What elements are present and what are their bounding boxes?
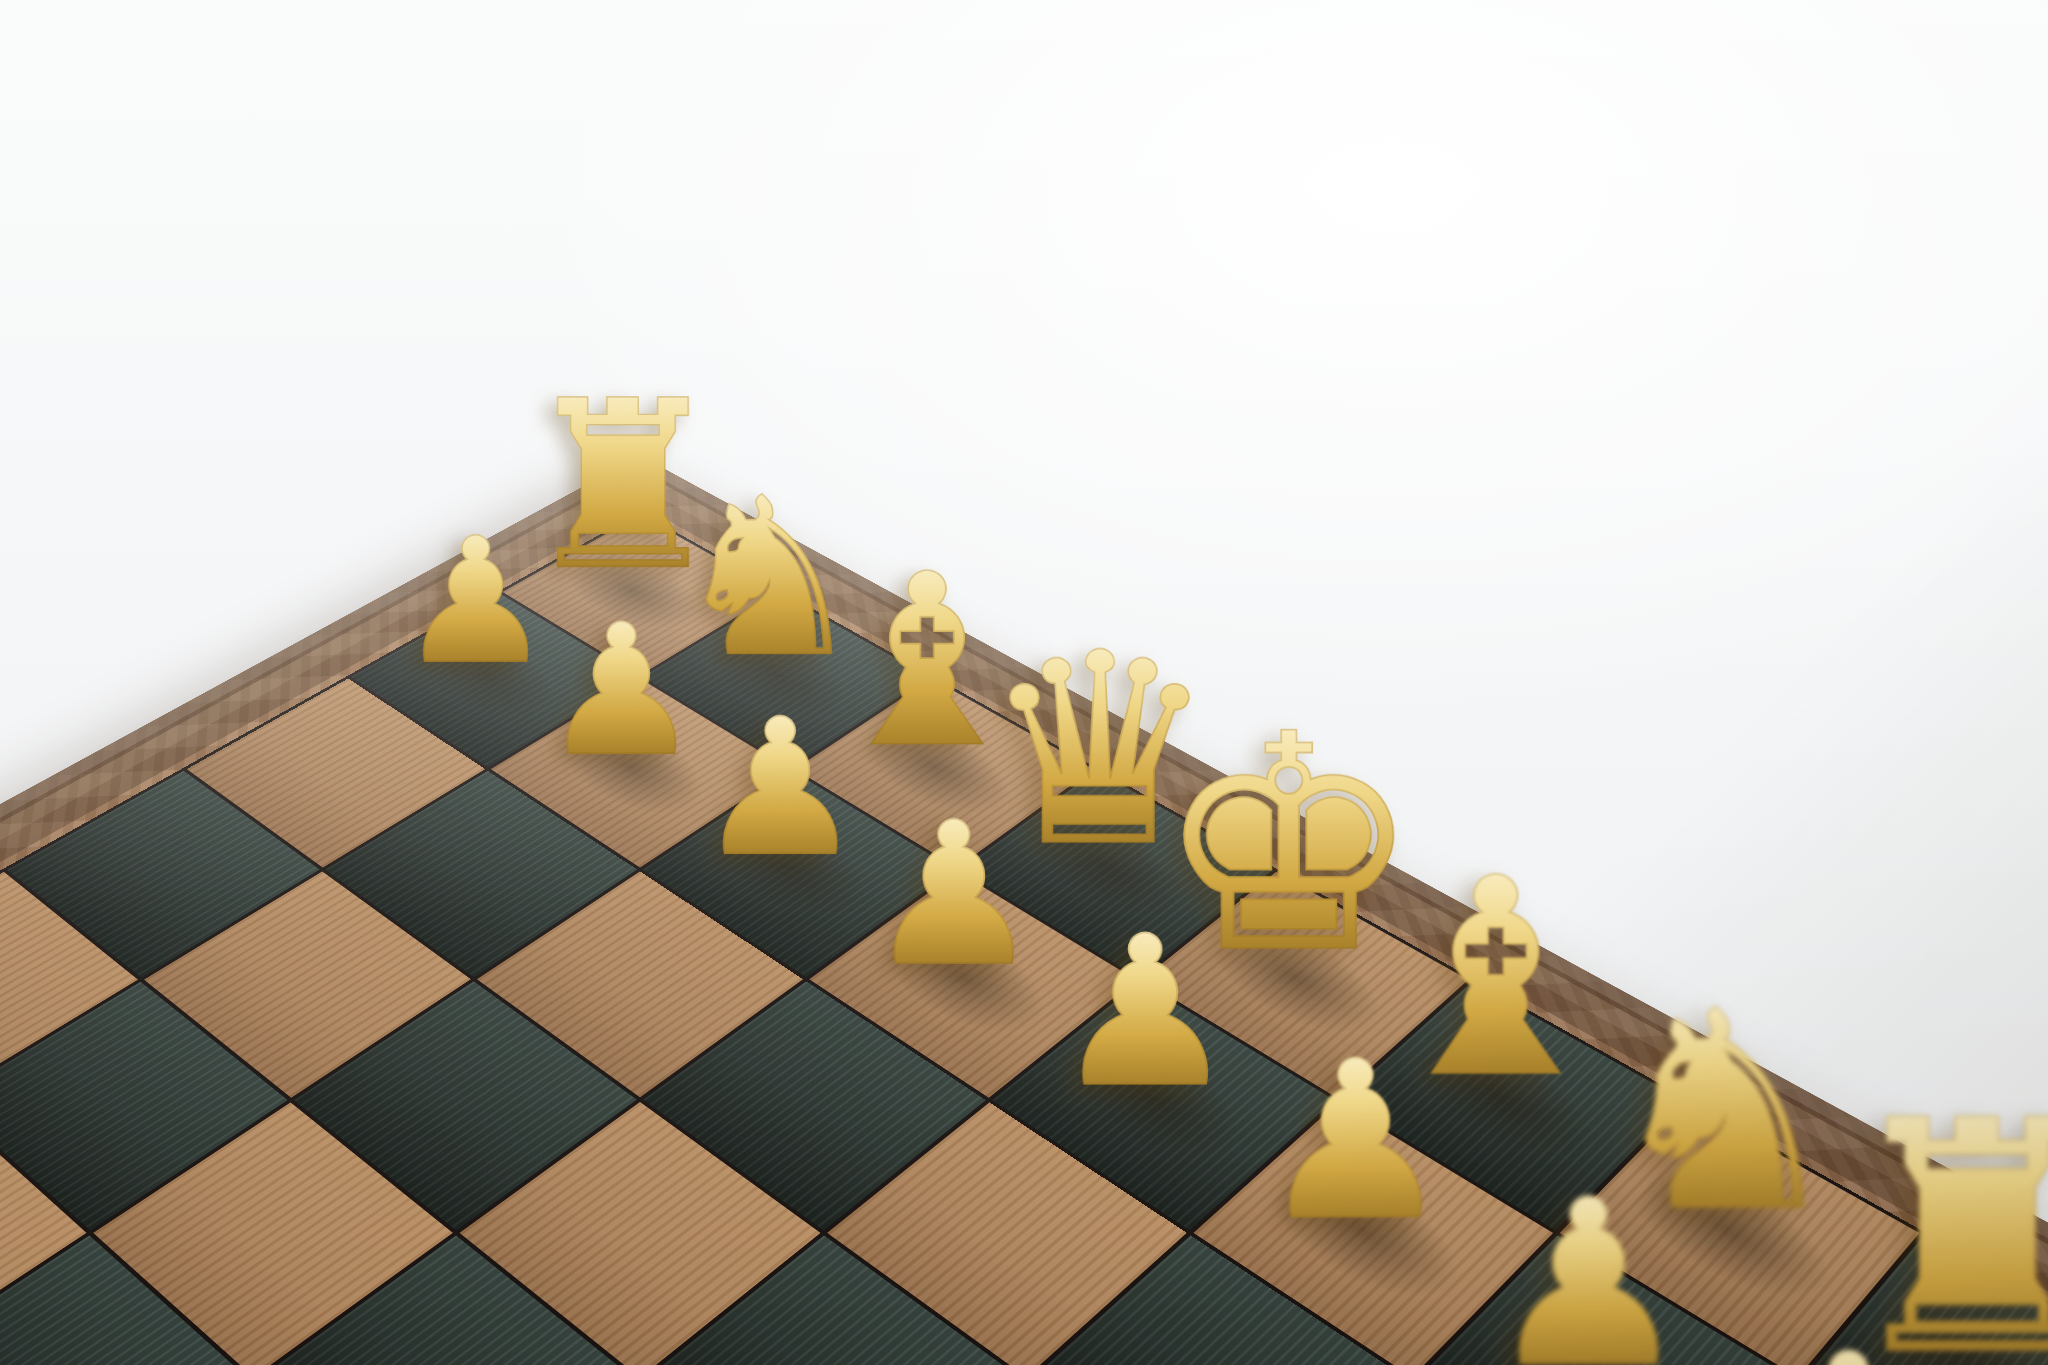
board-grid: ♜♞♝♛♚♝♞♜♟♟♟♟♟♟♟♟ xyxy=(0,515,2048,1365)
gold-pawn: ♟ xyxy=(1668,1322,2030,1365)
board-carved-border: ♜♞♝♛♚♝♞♜♟♟♟♟♟♟♟♟ xyxy=(0,455,2048,1365)
scene: ♜♞♝♛♚♝♞♜♟♟♟♟♟♟♟♟ xyxy=(0,0,2048,1365)
chess-board: ♜♞♝♛♚♝♞♜♟♟♟♟♟♟♟♟ xyxy=(0,455,2048,1365)
product-photo-backdrop: ♜♞♝♛♚♝♞♜♟♟♟♟♟♟♟♟ xyxy=(0,0,2048,1365)
